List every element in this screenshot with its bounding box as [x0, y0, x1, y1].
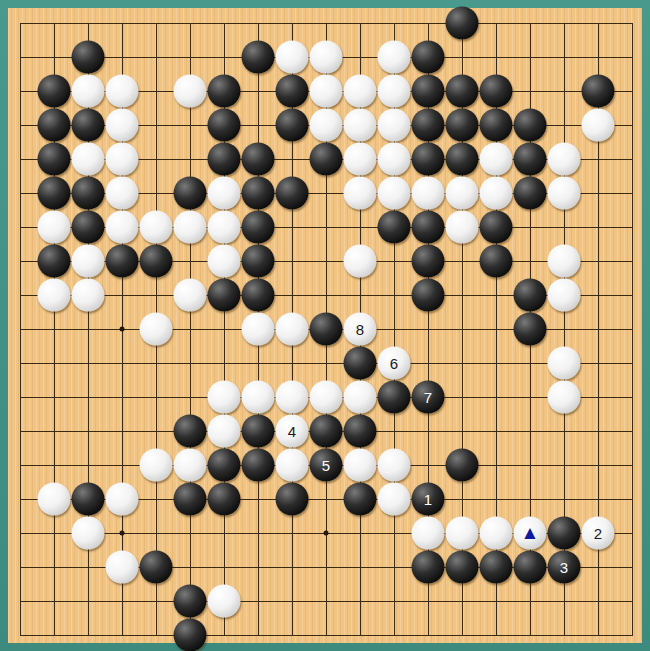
white-stone[interactable]: [38, 211, 71, 244]
white-stone[interactable]: [72, 279, 105, 312]
white-stone[interactable]: [276, 41, 309, 74]
white-stone[interactable]: [140, 211, 173, 244]
white-stone[interactable]: [378, 483, 411, 516]
black-stone[interactable]: [208, 279, 241, 312]
black-stone[interactable]: [242, 41, 275, 74]
black-stone[interactable]: [344, 483, 377, 516]
white-stone[interactable]: [242, 313, 275, 346]
black-stone[interactable]: [310, 415, 343, 448]
black-stone[interactable]: [208, 75, 241, 108]
white-stone[interactable]: [174, 75, 207, 108]
white-stone[interactable]: [378, 177, 411, 210]
black-stone[interactable]: [242, 449, 275, 482]
black-stone[interactable]: [412, 211, 445, 244]
white-stone[interactable]: [72, 517, 105, 550]
white-stone[interactable]: [480, 177, 513, 210]
white-stone[interactable]: [480, 517, 513, 550]
white-stone[interactable]: [276, 449, 309, 482]
white-stone[interactable]: [344, 381, 377, 414]
black-stone[interactable]: [38, 75, 71, 108]
white-stone[interactable]: [378, 143, 411, 176]
white-stone[interactable]: [344, 245, 377, 278]
black-stone[interactable]: [242, 177, 275, 210]
white-stone[interactable]: [548, 347, 581, 380]
white-stone[interactable]: [72, 143, 105, 176]
black-stone[interactable]: [412, 279, 445, 312]
black-stone[interactable]: [480, 245, 513, 278]
black-stone[interactable]: [412, 109, 445, 142]
white-stone[interactable]: [38, 279, 71, 312]
black-stone[interactable]: [412, 41, 445, 74]
go-board[interactable]: 867451▲23: [8, 8, 642, 643]
white-stone[interactable]: [378, 75, 411, 108]
black-stone[interactable]: [38, 143, 71, 176]
white-stone[interactable]: [242, 381, 275, 414]
black-stone[interactable]: [378, 211, 411, 244]
white-stone[interactable]: [106, 109, 139, 142]
black-stone[interactable]: [276, 483, 309, 516]
black-stone[interactable]: [38, 245, 71, 278]
black-stone[interactable]: [208, 109, 241, 142]
white-stone[interactable]: [174, 211, 207, 244]
move-number-label: 8: [356, 322, 364, 337]
black-stone[interactable]: [412, 143, 445, 176]
white-stone[interactable]: [310, 381, 343, 414]
black-stone[interactable]: [38, 109, 71, 142]
black-stone[interactable]: [106, 245, 139, 278]
black-stone[interactable]: [72, 211, 105, 244]
white-stone[interactable]: [446, 177, 479, 210]
white-stone[interactable]: [548, 143, 581, 176]
black-stone[interactable]: [174, 177, 207, 210]
star-point: [120, 327, 125, 332]
black-stone[interactable]: [446, 449, 479, 482]
white-stone[interactable]: [72, 245, 105, 278]
white-stone[interactable]: [412, 177, 445, 210]
black-stone[interactable]: [242, 143, 275, 176]
white-stone[interactable]: [106, 211, 139, 244]
white-stone[interactable]: [174, 279, 207, 312]
white-stone[interactable]: [310, 75, 343, 108]
star-point: [120, 531, 125, 536]
white-stone[interactable]: [344, 109, 377, 142]
black-stone[interactable]: [276, 75, 309, 108]
black-stone[interactable]: 1: [412, 483, 445, 516]
black-stone[interactable]: [242, 245, 275, 278]
black-stone[interactable]: [174, 585, 207, 618]
black-stone[interactable]: [446, 143, 479, 176]
white-stone[interactable]: [72, 75, 105, 108]
black-stone[interactable]: [72, 109, 105, 142]
black-stone[interactable]: [480, 75, 513, 108]
goban-window: 867451▲23: [0, 0, 650, 651]
black-stone[interactable]: [446, 109, 479, 142]
move-number-label: 7: [424, 390, 432, 405]
star-point: [324, 531, 329, 536]
black-stone[interactable]: [514, 313, 547, 346]
black-stone[interactable]: [310, 143, 343, 176]
move-number-label: 3: [560, 560, 568, 575]
white-stone[interactable]: [514, 517, 547, 550]
white-stone[interactable]: [480, 143, 513, 176]
black-stone[interactable]: 5: [310, 449, 343, 482]
black-stone[interactable]: 7: [412, 381, 445, 414]
white-stone[interactable]: [446, 517, 479, 550]
black-stone[interactable]: [140, 551, 173, 584]
black-stone[interactable]: [72, 177, 105, 210]
black-stone[interactable]: [174, 619, 207, 651]
black-stone[interactable]: [208, 449, 241, 482]
black-stone[interactable]: [582, 75, 615, 108]
white-stone[interactable]: [174, 449, 207, 482]
white-stone[interactable]: [208, 415, 241, 448]
black-stone[interactable]: [480, 211, 513, 244]
white-stone[interactable]: [548, 245, 581, 278]
black-stone[interactable]: [446, 551, 479, 584]
black-stone[interactable]: [38, 177, 71, 210]
white-stone[interactable]: [106, 483, 139, 516]
black-stone[interactable]: [548, 517, 581, 550]
white-stone[interactable]: [208, 211, 241, 244]
white-stone[interactable]: 8: [344, 313, 377, 346]
white-stone[interactable]: [140, 313, 173, 346]
black-stone[interactable]: [276, 109, 309, 142]
white-stone[interactable]: [276, 313, 309, 346]
black-stone[interactable]: [514, 551, 547, 584]
move-number-label: 2: [594, 526, 602, 541]
move-number-label: 4: [288, 424, 296, 439]
white-stone[interactable]: [548, 381, 581, 414]
black-stone[interactable]: [514, 143, 547, 176]
black-stone[interactable]: [276, 177, 309, 210]
white-stone[interactable]: [106, 551, 139, 584]
white-stone[interactable]: [344, 449, 377, 482]
black-stone[interactable]: [72, 483, 105, 516]
white-stone[interactable]: [106, 177, 139, 210]
black-stone[interactable]: [242, 415, 275, 448]
white-stone[interactable]: [446, 211, 479, 244]
black-stone[interactable]: [242, 211, 275, 244]
white-stone[interactable]: 4: [276, 415, 309, 448]
white-stone[interactable]: [310, 109, 343, 142]
white-stone[interactable]: [548, 177, 581, 210]
black-stone[interactable]: [310, 313, 343, 346]
black-stone[interactable]: [412, 75, 445, 108]
black-stone[interactable]: [242, 279, 275, 312]
black-stone[interactable]: [446, 7, 479, 40]
black-stone[interactable]: [446, 75, 479, 108]
white-stone[interactable]: [378, 449, 411, 482]
black-stone[interactable]: [514, 177, 547, 210]
white-stone[interactable]: [38, 483, 71, 516]
white-stone[interactable]: [344, 177, 377, 210]
black-stone[interactable]: [72, 41, 105, 74]
white-stone[interactable]: [208, 381, 241, 414]
white-stone[interactable]: [106, 143, 139, 176]
black-stone[interactable]: [480, 109, 513, 142]
white-stone[interactable]: [310, 41, 343, 74]
move-number-label: 6: [390, 356, 398, 371]
white-stone[interactable]: 2: [582, 517, 615, 550]
white-stone[interactable]: [208, 245, 241, 278]
black-stone[interactable]: [412, 245, 445, 278]
move-number-label: 5: [322, 458, 330, 473]
white-stone[interactable]: 6: [378, 347, 411, 380]
black-stone[interactable]: [514, 109, 547, 142]
black-stone[interactable]: [344, 347, 377, 380]
white-stone[interactable]: [378, 41, 411, 74]
black-stone[interactable]: [378, 381, 411, 414]
black-stone[interactable]: [208, 143, 241, 176]
white-stone[interactable]: [344, 75, 377, 108]
white-stone[interactable]: [208, 177, 241, 210]
black-stone[interactable]: [514, 279, 547, 312]
white-stone[interactable]: [378, 109, 411, 142]
white-stone[interactable]: [412, 517, 445, 550]
black-stone[interactable]: [174, 415, 207, 448]
white-stone[interactable]: [548, 279, 581, 312]
black-stone[interactable]: [412, 551, 445, 584]
black-stone[interactable]: 3: [548, 551, 581, 584]
white-stone[interactable]: [344, 143, 377, 176]
black-stone[interactable]: [174, 483, 207, 516]
white-stone[interactable]: [582, 109, 615, 142]
white-stone[interactable]: [208, 585, 241, 618]
black-stone[interactable]: [208, 483, 241, 516]
black-stone[interactable]: [480, 551, 513, 584]
white-stone[interactable]: [140, 449, 173, 482]
white-stone[interactable]: [276, 381, 309, 414]
black-stone[interactable]: [140, 245, 173, 278]
white-stone[interactable]: [106, 75, 139, 108]
move-number-label: 1: [424, 492, 432, 507]
black-stone[interactable]: [344, 415, 377, 448]
